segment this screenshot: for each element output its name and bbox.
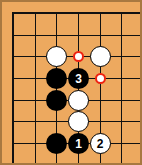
white-stone: 2: [90, 133, 111, 154]
grid-line-horizontal: [12, 35, 140, 36]
black-stone: [46, 90, 67, 111]
white-stone: [90, 46, 111, 67]
go-diagram: 312: [0, 0, 142, 165]
white-stone: [46, 46, 67, 67]
black-stone: 3: [68, 68, 89, 89]
white-stone: [68, 90, 89, 111]
move-number: 3: [75, 73, 82, 85]
move-number: 2: [97, 138, 104, 150]
white-stone: [68, 111, 89, 132]
black-stone: [46, 68, 67, 89]
black-stone: [46, 133, 67, 154]
circle-marker: [73, 51, 84, 62]
black-stone: 1: [68, 133, 89, 154]
grid-line-horizontal: [12, 12, 140, 14]
move-number: 1: [75, 138, 82, 150]
go-board: 312: [2, 2, 140, 163]
circle-marker: [95, 73, 106, 84]
